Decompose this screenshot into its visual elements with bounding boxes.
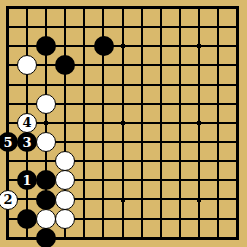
grid-cell	[122, 160, 141, 179]
grid-cell	[179, 160, 198, 179]
grid-cell	[83, 179, 102, 198]
grid-cell	[141, 141, 160, 160]
grid-cell	[83, 160, 102, 179]
grid-cell	[198, 103, 217, 122]
star-point	[197, 44, 201, 48]
grid-cell	[7, 7, 26, 26]
stone-black	[36, 228, 56, 247]
stone-white	[36, 94, 56, 114]
grid-cell	[217, 7, 236, 26]
stone-white: 2	[0, 190, 18, 210]
go-diagram: 45312	[0, 0, 247, 247]
grid-cell	[122, 26, 141, 45]
grid-cell	[217, 64, 236, 83]
grid-cell	[122, 64, 141, 83]
grid-cell	[83, 141, 102, 160]
grid-cell	[198, 218, 217, 237]
star-point	[121, 198, 125, 202]
grid-cell	[102, 7, 121, 26]
grid-cell	[198, 26, 217, 45]
grid-cell	[122, 84, 141, 103]
grid-cell	[122, 141, 141, 160]
grid-cell	[64, 84, 83, 103]
move-number: 2	[3, 193, 12, 206]
grid-cell	[64, 26, 83, 45]
grid-cell	[160, 122, 179, 141]
grid-cell	[179, 218, 198, 237]
grid-cell	[179, 64, 198, 83]
grid-cell	[198, 160, 217, 179]
grid-cell	[102, 160, 121, 179]
grid-cell	[160, 64, 179, 83]
grid-cell	[141, 45, 160, 64]
grid-cell	[179, 141, 198, 160]
grid-cell	[160, 26, 179, 45]
grid-cell	[141, 122, 160, 141]
grid-cell	[160, 160, 179, 179]
grid-cell	[179, 122, 198, 141]
grid-cell	[83, 218, 102, 237]
grid-cell	[102, 141, 121, 160]
grid-cell	[102, 122, 121, 141]
grid-cell	[217, 45, 236, 64]
grid-cell	[179, 45, 198, 64]
stone-black	[17, 209, 37, 229]
star-point	[121, 121, 125, 125]
grid-cell	[141, 7, 160, 26]
grid-cell	[102, 84, 121, 103]
move-number: 1	[23, 174, 32, 187]
grid-cell	[122, 218, 141, 237]
grid-cell	[217, 122, 236, 141]
grid-cell	[141, 64, 160, 83]
grid-cell	[198, 7, 217, 26]
grid-cell	[217, 141, 236, 160]
grid-cell	[64, 122, 83, 141]
grid-cell	[179, 26, 198, 45]
grid-cell	[64, 103, 83, 122]
grid-cell	[64, 7, 83, 26]
grid-cell	[198, 141, 217, 160]
grid-cell	[198, 84, 217, 103]
grid-cell	[122, 103, 141, 122]
stone-white	[55, 209, 75, 229]
go-board[interactable]: 45312	[6, 6, 239, 240]
grid-cell	[141, 198, 160, 217]
grid-cell	[83, 64, 102, 83]
grid-cell	[217, 103, 236, 122]
stone-white: 4	[17, 113, 37, 133]
grid-cell	[217, 160, 236, 179]
grid-cell	[160, 141, 179, 160]
grid-cell	[217, 198, 236, 217]
grid-cell	[198, 64, 217, 83]
grid-cell	[141, 179, 160, 198]
move-number: 4	[23, 116, 32, 129]
grid-cell	[83, 198, 102, 217]
grid-cell	[122, 7, 141, 26]
grid-cell	[141, 218, 160, 237]
star-point	[197, 198, 201, 202]
grid-cell	[141, 26, 160, 45]
grid-cell	[160, 103, 179, 122]
star-point	[121, 44, 125, 48]
grid-cell	[179, 179, 198, 198]
grid-cell	[217, 26, 236, 45]
grid-cell	[160, 198, 179, 217]
stone-white	[55, 190, 75, 210]
stone-black	[36, 190, 56, 210]
grid-cell	[141, 160, 160, 179]
grid-cell	[160, 84, 179, 103]
grid-cell	[179, 198, 198, 217]
grid-cell	[179, 84, 198, 103]
star-point	[44, 121, 48, 125]
stone-white	[36, 209, 56, 229]
grid-cell	[83, 7, 102, 26]
stone-black: 3	[17, 132, 37, 152]
grid-cell	[83, 103, 102, 122]
grid-cell	[102, 103, 121, 122]
grid-cell	[217, 179, 236, 198]
grid-cell	[122, 179, 141, 198]
grid-cell	[7, 84, 26, 103]
grid-cell	[102, 218, 121, 237]
grid-cell	[179, 7, 198, 26]
grid-cell	[141, 84, 160, 103]
grid-cell	[217, 218, 236, 237]
grid-cell	[160, 45, 179, 64]
grid-cell	[179, 103, 198, 122]
grid-cell	[83, 84, 102, 103]
grid-cell	[160, 218, 179, 237]
star-point	[197, 121, 201, 125]
grid-cell	[102, 64, 121, 83]
grid-cell	[160, 7, 179, 26]
grid-cell	[198, 179, 217, 198]
grid-cell	[141, 103, 160, 122]
grid-cell	[83, 122, 102, 141]
grid-cell	[160, 179, 179, 198]
stone-black	[94, 36, 114, 56]
grid-cell	[45, 7, 64, 26]
grid-cell	[102, 179, 121, 198]
grid-cell	[217, 84, 236, 103]
grid-cell	[26, 7, 45, 26]
grid-cell	[102, 198, 121, 217]
move-number: 5	[3, 136, 12, 149]
move-number: 3	[23, 136, 32, 149]
grid-cell	[7, 26, 26, 45]
